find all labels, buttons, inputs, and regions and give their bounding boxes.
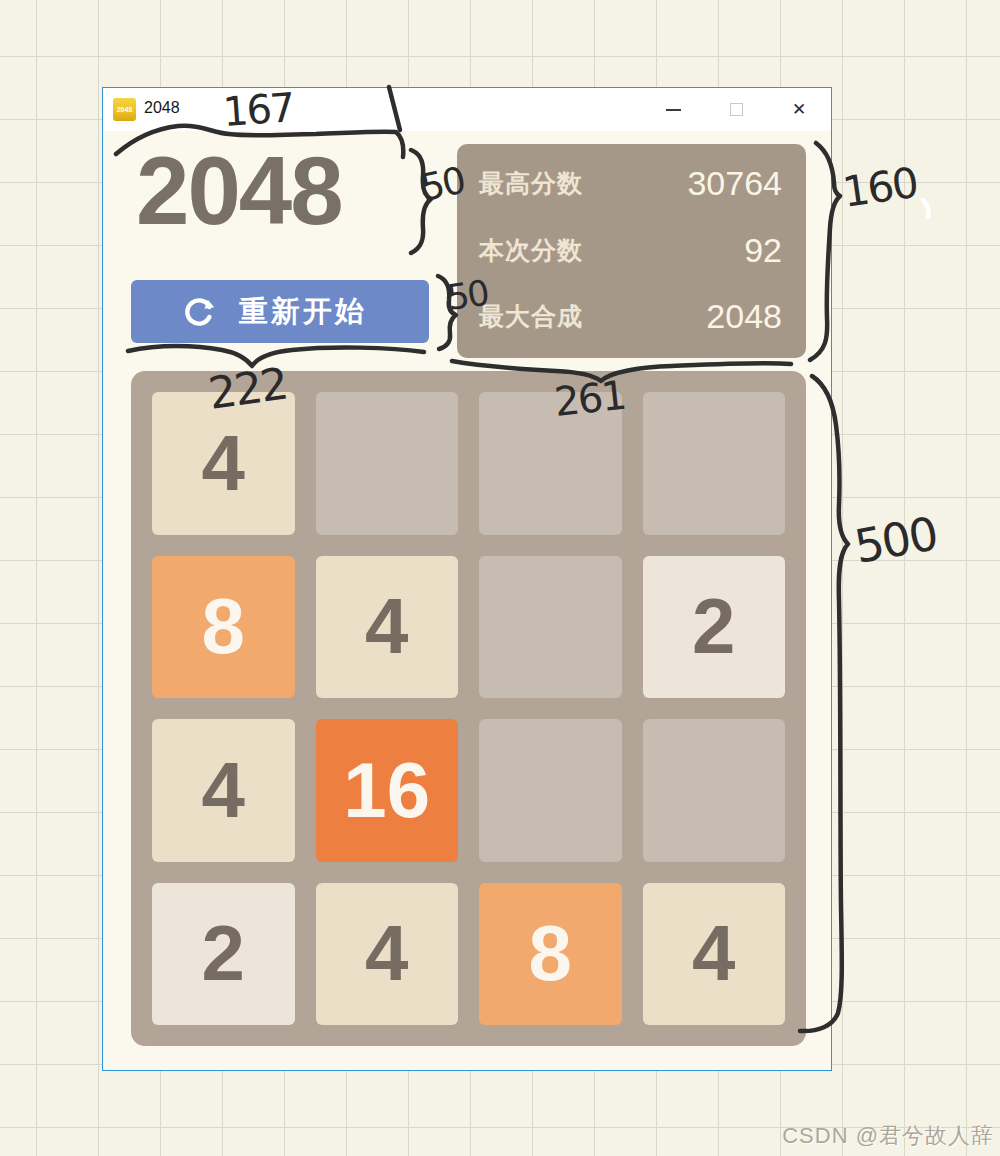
maximize-button[interactable] (713, 88, 759, 131)
tile-8: 8 (479, 883, 622, 1026)
empty-cell (479, 719, 622, 862)
empty-cell (643, 719, 786, 862)
tile-2: 2 (643, 556, 786, 699)
tile-4: 4 (152, 392, 295, 535)
cursor-mark (923, 200, 929, 217)
max-tile-value: 2048 (706, 297, 782, 336)
tile-4: 4 (152, 719, 295, 862)
restart-label: 重新开始 (239, 292, 367, 332)
current-score-value: 92 (744, 231, 782, 270)
current-score-label: 本次分数 (479, 234, 583, 267)
empty-cell (479, 556, 622, 699)
empty-cell (316, 392, 459, 535)
maximize-icon (730, 103, 743, 116)
tile-2: 2 (152, 883, 295, 1026)
best-score-value: 30764 (687, 164, 782, 203)
window-title: 2048 (144, 99, 180, 117)
max-tile-label: 最大合成 (479, 300, 583, 333)
restart-button[interactable]: 重新开始 (131, 280, 429, 343)
annotation-label-panel-height: 160 (840, 158, 920, 217)
game-board[interactable]: 48424162484 (131, 371, 806, 1046)
tile-16: 16 (316, 719, 459, 862)
current-score-row: 本次分数 92 (479, 231, 782, 270)
app-icon-label: 2048 (117, 106, 133, 113)
annotation-label-board-height: 500 (851, 506, 941, 573)
tile-4: 4 (643, 883, 786, 1026)
watermark: CSDN @君兮故人辞 (782, 1121, 994, 1151)
tile-8: 8 (152, 556, 295, 699)
empty-cell (479, 392, 622, 535)
refresh-icon (181, 294, 217, 330)
score-panel: 最高分数 30764 本次分数 92 最大合成 2048 (457, 144, 806, 358)
empty-cell (643, 392, 786, 535)
app-icon: 2048 (113, 98, 136, 121)
max-tile-row: 最大合成 2048 (479, 297, 782, 336)
background-grid-paper: { "game": "2048", "position": { "grid": … (0, 0, 1000, 1156)
window-titlebar[interactable]: 2048 2048 ✕ (103, 88, 831, 131)
close-button[interactable]: ✕ (776, 88, 822, 131)
tile-4: 4 (316, 556, 459, 699)
minimize-button[interactable] (650, 88, 696, 131)
app-window: 2048 2048 ✕ 2048 最高分数 30764 本次分数 92 最大合成… (102, 87, 832, 1071)
best-score-row: 最高分数 30764 (479, 164, 782, 203)
tile-4: 4 (316, 883, 459, 1026)
best-score-label: 最高分数 (479, 167, 583, 200)
game-title: 2048 (136, 138, 342, 244)
minimize-icon (666, 109, 681, 111)
